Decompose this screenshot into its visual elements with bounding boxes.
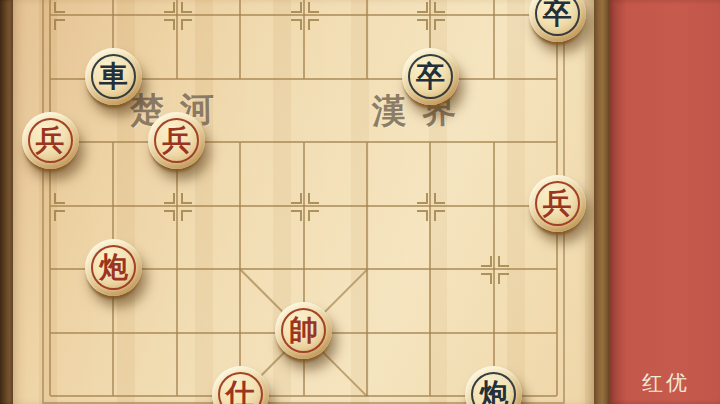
point-marker xyxy=(308,193,319,204)
point-marker xyxy=(54,2,65,13)
point-marker xyxy=(54,19,65,30)
point-marker xyxy=(291,2,302,13)
piece-glyph: 炮 xyxy=(465,366,522,404)
point-marker xyxy=(181,19,192,30)
piece-glyph: 車 xyxy=(85,48,142,105)
point-marker xyxy=(498,273,509,284)
red-soldier-piece[interactable]: 兵 xyxy=(148,112,205,169)
grid-line xyxy=(50,141,557,143)
grid-line xyxy=(49,0,51,396)
point-marker xyxy=(291,19,302,30)
piece-glyph: 仕 xyxy=(212,366,269,404)
point-marker xyxy=(164,210,175,221)
point-marker xyxy=(434,2,445,13)
grid-line xyxy=(239,0,241,79)
point-marker xyxy=(434,193,445,204)
grid-line xyxy=(176,0,178,79)
xiangqi-board[interactable]: 楚河 漢界 車卒卒炮兵兵兵炮帥仕 xyxy=(13,0,594,404)
red-advisor-piece[interactable]: 仕 xyxy=(212,366,269,404)
grid-line xyxy=(366,0,368,79)
grid-line xyxy=(303,0,305,79)
piece-glyph: 卒 xyxy=(529,0,586,42)
point-marker xyxy=(417,2,428,13)
point-marker xyxy=(481,256,492,267)
point-marker xyxy=(291,210,302,221)
black-cannon-piece[interactable]: 炮 xyxy=(465,366,522,404)
point-marker xyxy=(164,2,175,13)
point-marker xyxy=(434,19,445,30)
red-general-piece[interactable]: 帥 xyxy=(275,302,332,359)
black-chariot-piece[interactable]: 車 xyxy=(85,48,142,105)
piece-glyph: 卒 xyxy=(402,48,459,105)
point-marker xyxy=(308,2,319,13)
point-marker xyxy=(54,193,65,204)
point-marker xyxy=(181,193,192,204)
piece-glyph: 炮 xyxy=(85,239,142,296)
black-soldier-piece[interactable]: 卒 xyxy=(529,0,586,42)
point-marker xyxy=(417,210,428,221)
point-marker xyxy=(308,210,319,221)
red-soldier-piece[interactable]: 兵 xyxy=(22,112,79,169)
point-marker xyxy=(164,19,175,30)
xiangqi-app-screen: 楚河 漢界 車卒卒炮兵兵兵炮帥仕 红优 xyxy=(0,0,720,404)
piece-glyph: 帥 xyxy=(275,302,332,359)
piece-glyph: 兵 xyxy=(22,112,79,169)
black-soldier-piece[interactable]: 卒 xyxy=(402,48,459,105)
piece-glyph: 兵 xyxy=(148,112,205,169)
red-cannon-piece[interactable]: 炮 xyxy=(85,239,142,296)
grid-line xyxy=(50,14,557,16)
board-frame-right xyxy=(594,0,609,404)
point-marker xyxy=(164,193,175,204)
board-frame-left xyxy=(0,0,13,404)
point-marker xyxy=(181,210,192,221)
point-marker xyxy=(498,256,509,267)
point-marker xyxy=(308,19,319,30)
point-marker xyxy=(417,19,428,30)
side-panel: 红优 xyxy=(609,0,720,404)
grid-line xyxy=(50,205,557,207)
grid-line xyxy=(493,0,495,79)
point-marker xyxy=(181,2,192,13)
point-marker xyxy=(54,210,65,221)
advantage-status-badge: 红优 xyxy=(609,369,720,397)
point-marker xyxy=(291,193,302,204)
piece-glyph: 兵 xyxy=(529,175,586,232)
point-marker xyxy=(434,210,445,221)
point-marker xyxy=(417,193,428,204)
point-marker xyxy=(481,273,492,284)
red-soldier-piece[interactable]: 兵 xyxy=(529,175,586,232)
